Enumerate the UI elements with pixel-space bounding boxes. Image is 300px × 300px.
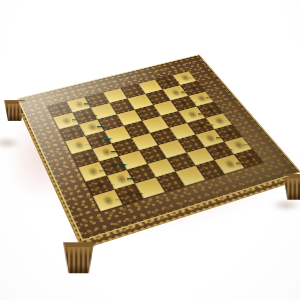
leg-shadow-right bbox=[272, 200, 300, 210]
square-f4 bbox=[135, 105, 161, 121]
playing-field: ♜♞♝♛♚♝♞♜♟♟♟♟♟♟♟♟♟♟♟♟♟♟♟♟♜♞♝♛♚♝♞♜ bbox=[47, 71, 263, 211]
square-a8: ♜ bbox=[93, 190, 122, 212]
corner-leg-front bbox=[63, 242, 94, 273]
photo-scene: ♜♞♝♛♚♝♞♜♟♟♟♟♟♟♟♟♟♟♟♟♟♟♟♟♜♞♝♛♚♝♞♜ bbox=[0, 0, 300, 300]
piece-glyph: ♜ bbox=[92, 176, 137, 202]
